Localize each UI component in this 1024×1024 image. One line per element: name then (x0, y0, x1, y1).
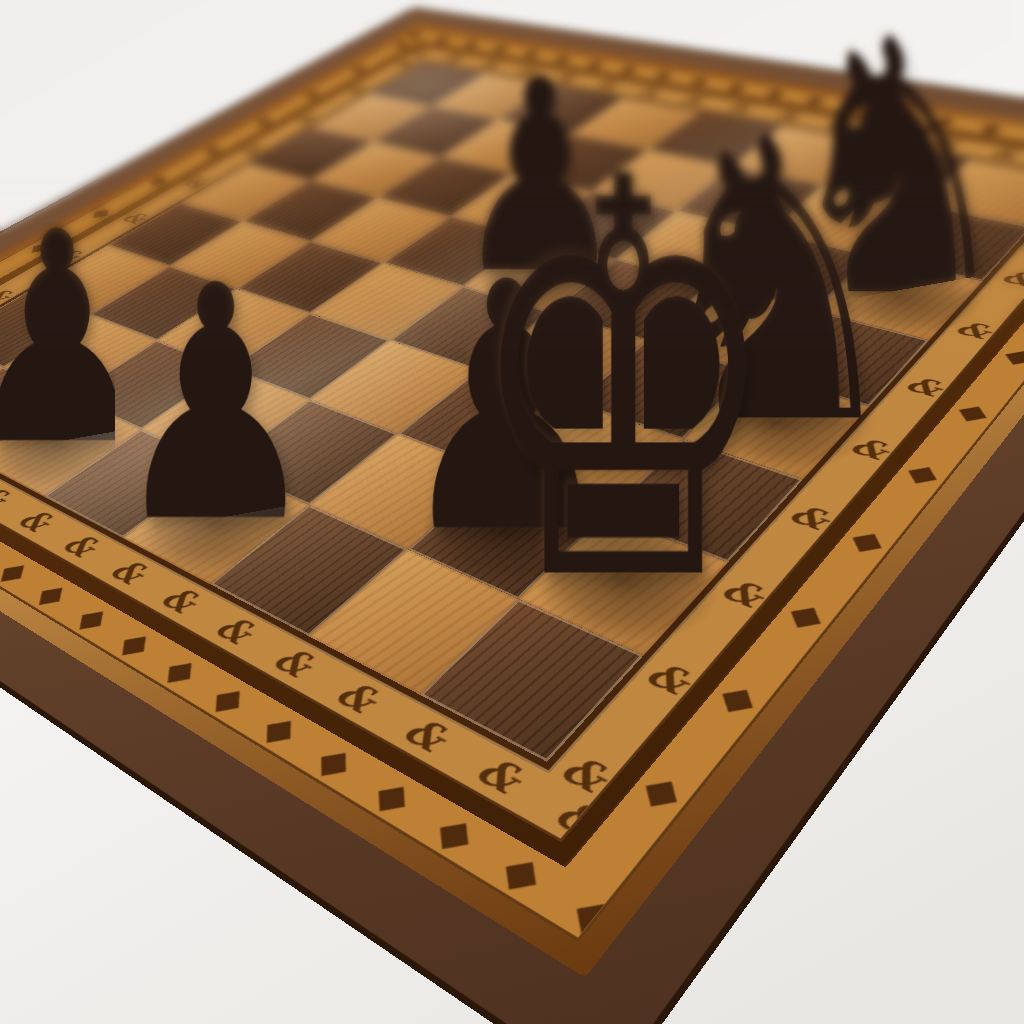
black-king-glyph: ♚ (466, 110, 780, 658)
perspective-scene: ♞♞♟♟♞♞♟♟♚♚♟♟♟♟ & & & & & & & & & & & & &… (0, 0, 1024, 1024)
board-side-frame: ♞♞♟♟♞♞♟♟♚♚♟♟♟♟ & & & & & & & & & & & & &… (0, 7, 1024, 1024)
dark-divider-band: ♞♞♟♟♞♞♟♟♚♚♟♟♟♟ & & & & & & & & & & & & &… (0, 41, 1024, 867)
chess-board: ♞♞♟♟♞♞♟♟♚♚♟♟♟♟ & & & & & & & & & & & & &… (0, 7, 1024, 1024)
board-grid: ♞♞♟♟♞♞♟♟♚♚♟♟♟♟ (0, 62, 1024, 762)
diamond-border-band: ♞♞♟♟♞♞♟♟♚♚♟♟♟♟ & & & & & & & & & & & & &… (0, 29, 1024, 942)
frame-gloss-band: ♞♞♟♟♞♞♟♟♚♚♟♟♟♟ & & & & & & & & & & & & &… (0, 23, 1024, 977)
inner-border-line: ♞♞♟♟♞♞♟♟♚♚♟♟♟♟ (0, 59, 1024, 773)
scroll-border-band: ♞♞♟♟♞♞♟♟♚♚♟♟♟♟ & & & & & & & & & & & & &… (0, 46, 1024, 843)
square-b1: ♚♚ (518, 514, 728, 655)
scene-tilt: ♞♞♟♟♞♞♟♟♚♚♟♟♟♟ & & & & & & & & & & & & &… (0, 0, 1024, 1024)
